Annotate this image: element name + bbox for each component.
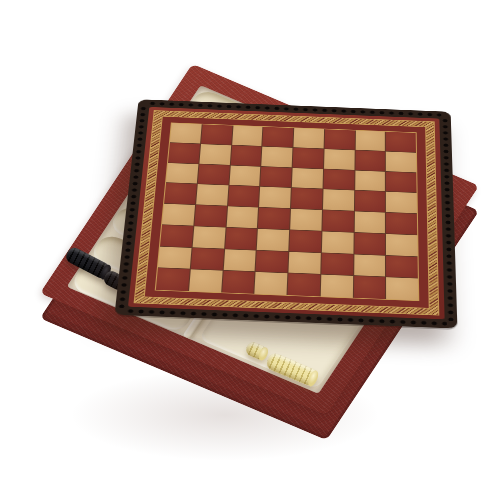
square-d5[interactable] [259, 187, 291, 208]
square-f8[interactable] [324, 129, 354, 149]
square-c2[interactable] [223, 249, 256, 271]
square-d6[interactable] [260, 166, 291, 187]
square-b1[interactable] [189, 270, 222, 293]
square-h6[interactable] [386, 171, 416, 192]
square-g2[interactable] [354, 254, 386, 277]
square-d3[interactable] [257, 229, 289, 251]
square-h2[interactable] [386, 255, 418, 278]
square-b3[interactable] [192, 226, 225, 248]
chessboard [114, 99, 457, 328]
square-a1[interactable] [156, 268, 190, 291]
square-h8[interactable] [386, 132, 416, 152]
square-e4[interactable] [290, 209, 322, 231]
square-h3[interactable] [386, 234, 417, 256]
square-b6[interactable] [198, 164, 230, 185]
square-e7[interactable] [293, 148, 324, 169]
square-f2[interactable] [321, 253, 353, 276]
square-c7[interactable] [230, 145, 261, 166]
square-g4[interactable] [354, 211, 385, 233]
board-gold-trim-band [135, 111, 439, 315]
square-b8[interactable] [201, 124, 232, 144]
square-h7[interactable] [386, 151, 416, 172]
square-g1[interactable] [353, 276, 385, 299]
square-a8[interactable] [170, 123, 201, 143]
gold-pinstripe-outer [134, 110, 440, 315]
square-f1[interactable] [320, 275, 352, 298]
square-f5[interactable] [323, 189, 354, 210]
square-c3[interactable] [225, 227, 257, 249]
square-d8[interactable] [263, 127, 294, 147]
square-e8[interactable] [293, 128, 323, 148]
board-leather-border [128, 107, 445, 319]
square-e2[interactable] [288, 252, 320, 275]
square-a6[interactable] [166, 163, 198, 184]
square-c5[interactable] [228, 186, 260, 207]
square-f7[interactable] [324, 149, 354, 170]
square-d7[interactable] [262, 146, 293, 167]
square-d4[interactable] [258, 208, 290, 230]
board-stitched-edge [114, 99, 457, 328]
square-c6[interactable] [229, 165, 261, 186]
square-d1[interactable] [255, 272, 288, 295]
square-f4[interactable] [322, 210, 353, 232]
square-h4[interactable] [386, 213, 417, 235]
square-h5[interactable] [386, 192, 417, 213]
chessboard-grid [155, 122, 420, 301]
board-inner-margin [145, 117, 429, 308]
square-g8[interactable] [355, 130, 385, 150]
square-e1[interactable] [288, 273, 320, 296]
square-f3[interactable] [322, 231, 354, 253]
square-h1[interactable] [386, 277, 418, 300]
square-g7[interactable] [355, 150, 385, 171]
scene [0, 0, 500, 500]
square-a2[interactable] [158, 246, 191, 268]
square-c8[interactable] [232, 126, 263, 146]
square-e6[interactable] [292, 168, 323, 189]
square-c1[interactable] [222, 271, 255, 294]
square-b5[interactable] [196, 184, 228, 205]
gold-pinstripe-inner [144, 116, 430, 309]
square-g5[interactable] [354, 191, 385, 212]
square-a3[interactable] [160, 225, 193, 247]
square-c4[interactable] [226, 206, 258, 228]
square-b4[interactable] [194, 205, 226, 227]
square-g6[interactable] [355, 170, 385, 191]
square-a5[interactable] [164, 183, 196, 204]
square-a4[interactable] [162, 204, 195, 226]
square-b7[interactable] [199, 144, 230, 165]
square-f6[interactable] [323, 169, 354, 190]
square-g3[interactable] [354, 233, 385, 255]
square-b2[interactable] [191, 248, 224, 270]
square-a7[interactable] [168, 143, 200, 164]
square-e3[interactable] [289, 230, 321, 252]
square-d2[interactable] [256, 250, 288, 272]
square-e5[interactable] [291, 188, 322, 209]
